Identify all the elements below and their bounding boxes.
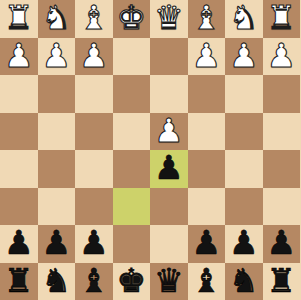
square-c1[interactable]: ♝ (188, 0, 226, 38)
black-king-e8: ♚ (116, 264, 146, 297)
white-pawn-f2: ♟ (79, 39, 109, 72)
square-c5[interactable] (188, 150, 226, 188)
square-h1[interactable]: ♜ (0, 0, 38, 38)
black-pawn-c7: ♟ (191, 226, 221, 259)
square-g5[interactable] (38, 150, 76, 188)
square-g1[interactable]: ♞ (38, 0, 76, 38)
black-bishop-f8: ♝ (79, 264, 109, 297)
white-knight-g1: ♞ (41, 1, 71, 34)
square-e2[interactable] (113, 38, 151, 76)
square-d8[interactable]: ♛ (150, 263, 188, 300)
black-knight-b8: ♞ (229, 264, 259, 297)
black-queen-d8: ♛ (154, 264, 184, 297)
square-h8[interactable]: ♜ (0, 263, 38, 300)
square-e3[interactable] (113, 75, 151, 113)
black-rook-h8: ♜ (4, 264, 34, 297)
square-f6[interactable] (75, 188, 113, 226)
square-f3[interactable] (75, 75, 113, 113)
square-h4[interactable] (0, 113, 38, 151)
square-d3[interactable] (150, 75, 188, 113)
square-b3[interactable] (225, 75, 263, 113)
square-b4[interactable] (225, 113, 263, 151)
square-c4[interactable] (188, 113, 226, 151)
white-pawn-d4: ♟ (154, 114, 184, 147)
white-bishop-c1: ♝ (191, 1, 221, 34)
square-a6[interactable] (263, 188, 301, 226)
square-f4[interactable] (75, 113, 113, 151)
square-h7[interactable]: ♟ (0, 225, 38, 263)
square-g2[interactable]: ♟ (38, 38, 76, 76)
white-pawn-g2: ♟ (41, 39, 71, 72)
white-pawn-h2: ♟ (4, 39, 34, 72)
chess-board: ♜♞♝♚♛♝♞♜♟♟♟♟♟♟♟♟♟♟♟♟♟♟♜♞♝♚♛♝♞♜ (0, 0, 300, 300)
square-c6[interactable] (188, 188, 226, 226)
square-f7[interactable]: ♟ (75, 225, 113, 263)
square-g4[interactable] (38, 113, 76, 151)
black-pawn-a7: ♟ (266, 226, 296, 259)
square-c3[interactable] (188, 75, 226, 113)
square-e4[interactable] (113, 113, 151, 151)
black-knight-g8: ♞ (41, 264, 71, 297)
white-pawn-a2: ♟ (266, 39, 296, 72)
black-pawn-g7: ♟ (41, 226, 71, 259)
square-f1[interactable]: ♝ (75, 0, 113, 38)
square-e8[interactable]: ♚ (113, 263, 151, 300)
white-pawn-c2: ♟ (191, 39, 221, 72)
square-c8[interactable]: ♝ (188, 263, 226, 300)
black-pawn-h7: ♟ (4, 226, 34, 259)
white-bishop-f1: ♝ (79, 1, 109, 34)
square-a4[interactable] (263, 113, 301, 151)
white-knight-b1: ♞ (229, 1, 259, 34)
square-a7[interactable]: ♟ (263, 225, 301, 263)
square-d4[interactable]: ♟ (150, 113, 188, 151)
square-d6[interactable] (150, 188, 188, 226)
square-g6[interactable] (38, 188, 76, 226)
square-d7[interactable] (150, 225, 188, 263)
black-pawn-f7: ♟ (79, 226, 109, 259)
square-g3[interactable] (38, 75, 76, 113)
square-d1[interactable]: ♛ (150, 0, 188, 38)
black-rook-a8: ♜ (266, 264, 296, 297)
square-f5[interactable] (75, 150, 113, 188)
square-b2[interactable]: ♟ (225, 38, 263, 76)
square-e7[interactable] (113, 225, 151, 263)
square-e5[interactable] (113, 150, 151, 188)
square-d2[interactable] (150, 38, 188, 76)
square-g7[interactable]: ♟ (38, 225, 76, 263)
square-a3[interactable] (263, 75, 301, 113)
square-c2[interactable]: ♟ (188, 38, 226, 76)
white-pawn-b2: ♟ (229, 39, 259, 72)
square-a5[interactable] (263, 150, 301, 188)
square-a1[interactable]: ♜ (263, 0, 301, 38)
square-h3[interactable] (0, 75, 38, 113)
square-h6[interactable] (0, 188, 38, 226)
square-e1[interactable]: ♚ (113, 0, 151, 38)
black-pawn-d5: ♟ (154, 151, 184, 184)
white-king-e1: ♚ (116, 1, 146, 34)
black-pawn-b7: ♟ (229, 226, 259, 259)
square-h2[interactable]: ♟ (0, 38, 38, 76)
black-bishop-c8: ♝ (191, 264, 221, 297)
square-c7[interactable]: ♟ (188, 225, 226, 263)
square-a2[interactable]: ♟ (263, 38, 301, 76)
square-e6[interactable] (113, 188, 151, 226)
square-g8[interactable]: ♞ (38, 263, 76, 300)
square-b5[interactable] (225, 150, 263, 188)
square-f2[interactable]: ♟ (75, 38, 113, 76)
square-b6[interactable] (225, 188, 263, 226)
square-b1[interactable]: ♞ (225, 0, 263, 38)
white-rook-h1: ♜ (4, 1, 34, 34)
square-h5[interactable] (0, 150, 38, 188)
square-d5[interactable]: ♟ (150, 150, 188, 188)
square-b8[interactable]: ♞ (225, 263, 263, 300)
square-f8[interactable]: ♝ (75, 263, 113, 300)
square-a8[interactable]: ♜ (263, 263, 301, 300)
white-rook-a1: ♜ (266, 1, 296, 34)
white-queen-d1: ♛ (154, 1, 184, 34)
square-b7[interactable]: ♟ (225, 225, 263, 263)
